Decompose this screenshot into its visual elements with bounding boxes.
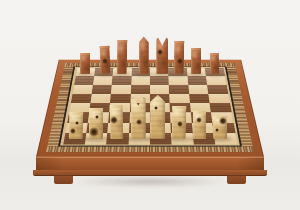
pieces-layer [0, 0, 300, 210]
piece-white-queen-e1[interactable] [150, 95, 165, 139]
piece-black-knight-b8[interactable] [99, 46, 110, 74]
piece-black-bishop-f8[interactable] [173, 41, 184, 74]
piece-white-rook-a1[interactable] [68, 112, 82, 139]
wood-knot [89, 127, 99, 137]
wood-knot [154, 106, 158, 110]
piece-black-rook-h8[interactable] [210, 53, 219, 74]
wood-knot [75, 120, 79, 124]
wood-knot [178, 121, 184, 127]
piece-black-knight-g8[interactable] [191, 48, 201, 74]
piece-white-king-d1[interactable] [131, 97, 146, 139]
piece-white-rook-h1[interactable] [213, 116, 227, 139]
piece-black-queen-d8[interactable] [139, 36, 149, 74]
wood-knot [110, 116, 118, 124]
wood-knot [176, 58, 182, 64]
wood-knot [216, 127, 220, 131]
wood-knot [102, 59, 108, 65]
piece-black-bishop-c8[interactable] [117, 40, 128, 74]
wood-knot [95, 115, 99, 119]
piece-white-bishop-f1[interactable] [172, 106, 187, 139]
piece-white-bishop-c1[interactable] [110, 105, 124, 139]
wood-knot [157, 49, 163, 55]
photo-backdrop [0, 0, 300, 210]
piece-black-rook-a8[interactable] [80, 53, 90, 74]
wood-knot [196, 117, 202, 123]
wood-knot [69, 127, 75, 133]
piece-black-king-e8[interactable] [156, 37, 168, 74]
wood-knot [219, 117, 227, 125]
wood-knot [136, 119, 142, 125]
piece-white-knight-b1[interactable] [89, 108, 103, 139]
piece-white-knight-g1[interactable] [193, 111, 206, 139]
